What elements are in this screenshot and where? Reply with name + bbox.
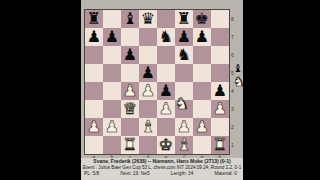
captured-black-bishop-icon: ♝ [233, 63, 245, 74]
square-e1[interactable]: ♚ [157, 136, 175, 154]
piece-white-pawn-g2[interactable]: ♟ [195, 118, 209, 136]
piece-white-pawn-f2[interactable]: ♟ [177, 118, 191, 136]
stats-line: PL: 5/8Next: 19. Ne5Length: 34Material: … [81, 170, 243, 176]
square-g4[interactable] [193, 82, 211, 100]
right-letterbox-bar [243, 0, 320, 180]
square-a4[interactable] [85, 82, 103, 100]
piece-white-king-e1[interactable]: ♚ [159, 136, 173, 154]
square-b4[interactable] [103, 82, 121, 100]
square-h6[interactable] [211, 46, 229, 64]
square-d4[interactable]: ♟ [139, 82, 157, 100]
stat-0: PL: 5/8 [84, 171, 99, 176]
square-e5[interactable] [157, 64, 175, 82]
game-info-footer: Svane, Frederik (2638) -- Niemann, Hans … [81, 158, 243, 180]
square-h8[interactable] [211, 10, 229, 28]
square-a3[interactable] [85, 100, 103, 118]
piece-black-rook-f8[interactable]: ♜ [177, 10, 191, 28]
event-line: Event : Julius Baer Gen Cup 53 L, chess.… [81, 165, 243, 170]
piece-black-pawn-c6[interactable]: ♟ [123, 46, 137, 64]
square-a7[interactable]: ♟ [85, 28, 103, 46]
square-d2[interactable]: ♝ [139, 118, 157, 136]
piece-black-pawn-b7[interactable]: ♟ [105, 28, 119, 46]
square-h2[interactable] [211, 118, 229, 136]
square-g6[interactable] [193, 46, 211, 64]
piece-white-rook-h1[interactable]: ♜ [213, 136, 227, 154]
square-b6[interactable] [103, 46, 121, 64]
piece-black-pawn-g7[interactable]: ♟ [195, 28, 209, 46]
square-g3[interactable] [193, 100, 211, 118]
piece-white-knight-f3[interactable]: ♞ [175, 95, 189, 113]
piece-black-pawn-f7[interactable]: ♟ [177, 28, 191, 46]
square-d1[interactable] [139, 136, 157, 154]
square-a6[interactable] [85, 46, 103, 64]
piece-white-bishop-f1[interactable]: ♝ [177, 136, 191, 154]
square-g5[interactable] [193, 64, 211, 82]
square-g2[interactable]: ♟ [193, 118, 211, 136]
piece-black-bishop-c8[interactable]: ♝ [123, 10, 137, 28]
square-b2[interactable]: ♟ [103, 118, 121, 136]
square-f5[interactable] [175, 64, 193, 82]
piece-black-pawn-h4[interactable]: ♟ [213, 82, 227, 100]
square-c5[interactable] [121, 64, 139, 82]
square-d7[interactable] [139, 28, 157, 46]
captured-pieces-tray: ♝♞ [233, 63, 245, 88]
piece-white-queen-c3[interactable]: ♛ [123, 100, 137, 118]
square-h1[interactable]: ♜ [211, 136, 229, 154]
rank-label-8: 8 [231, 10, 239, 28]
piece-white-pawn-h3[interactable]: ♟ [213, 100, 227, 118]
square-d8[interactable]: ♛ [139, 10, 157, 28]
square-b8[interactable] [103, 10, 121, 28]
chess-board-frame: ♜♝♛♜♚♟♟♞♟♟♟♞♟♟♟♟♟♛♟♞♟♟♟♝♟♟♜♚♝♜ [84, 9, 230, 155]
square-f2[interactable]: ♟ [175, 118, 193, 136]
square-b3[interactable] [103, 100, 121, 118]
left-letterbox-bar [0, 0, 81, 180]
square-a2[interactable]: ♟ [85, 118, 103, 136]
square-d3[interactable] [139, 100, 157, 118]
piece-black-queen-d8[interactable]: ♛ [141, 10, 155, 28]
square-f3[interactable]: ♞ [175, 100, 193, 118]
stat-1: Next: 19. Ne5 [120, 171, 149, 176]
rank-label-1: 1 [231, 136, 239, 154]
square-e7[interactable]: ♞ [157, 28, 175, 46]
piece-black-knight-f6[interactable]: ♞ [177, 46, 191, 64]
square-f1[interactable]: ♝ [175, 136, 193, 154]
square-d5[interactable]: ♟ [139, 64, 157, 82]
square-c6[interactable]: ♟ [121, 46, 139, 64]
square-e6[interactable] [157, 46, 175, 64]
square-b1[interactable] [103, 136, 121, 154]
square-f7[interactable]: ♟ [175, 28, 193, 46]
rank-label-7: 7 [231, 28, 239, 46]
piece-white-pawn-a2[interactable]: ♟ [87, 118, 101, 136]
square-c8[interactable]: ♝ [121, 10, 139, 28]
square-h5[interactable] [211, 64, 229, 82]
square-f8[interactable]: ♜ [175, 10, 193, 28]
piece-white-pawn-e3[interactable]: ♟ [159, 100, 173, 118]
piece-black-knight-e7[interactable]: ♞ [159, 28, 173, 46]
square-g8[interactable]: ♚ [193, 10, 211, 28]
square-c4[interactable]: ♟ [121, 82, 139, 100]
square-h3[interactable]: ♟ [211, 100, 229, 118]
square-c3[interactable]: ♛ [121, 100, 139, 118]
square-c2[interactable] [121, 118, 139, 136]
square-e4[interactable]: ♟ [157, 82, 175, 100]
square-b7[interactable]: ♟ [103, 28, 121, 46]
square-e3[interactable]: ♟ [157, 100, 175, 118]
piece-white-pawn-c4[interactable]: ♟ [123, 82, 137, 100]
rank-label-2: 2 [231, 118, 239, 136]
captured-white-knight-icon: ♞ [233, 75, 245, 88]
square-a5[interactable] [85, 64, 103, 82]
square-f6[interactable]: ♞ [175, 46, 193, 64]
piece-white-bishop-d2[interactable]: ♝ [141, 118, 155, 136]
piece-white-pawn-b2[interactable]: ♟ [105, 118, 119, 136]
square-a8[interactable]: ♜ [85, 10, 103, 28]
square-e8[interactable] [157, 10, 175, 28]
chess-board[interactable]: ♜♝♛♜♚♟♟♞♟♟♟♞♟♟♟♟♟♛♟♞♟♟♟♝♟♟♜♚♝♜ [85, 10, 229, 154]
piece-white-pawn-d4[interactable]: ♟ [141, 82, 155, 100]
piece-black-pawn-a7[interactable]: ♟ [87, 28, 101, 46]
square-g1[interactable] [193, 136, 211, 154]
piece-black-rook-a8[interactable]: ♜ [87, 10, 101, 28]
square-b5[interactable] [103, 64, 121, 82]
stat-2: Length: 34 [171, 171, 194, 176]
video-frame: ♜♝♛♜♚♟♟♞♟♟♟♞♟♟♟♟♟♛♟♞♟♟♟♝♟♟♜♚♝♜ 87654321 … [0, 0, 320, 180]
piece-black-pawn-d5[interactable]: ♟ [141, 64, 155, 82]
square-h7[interactable] [211, 28, 229, 46]
piece-black-king-g8[interactable]: ♚ [195, 10, 209, 28]
players-line: Svane, Frederik (2638) -- Niemann, Hans … [81, 159, 243, 165]
square-c1[interactable]: ♜ [121, 136, 139, 154]
stat-3: Material: 0 [215, 171, 237, 176]
piece-black-pawn-e4[interactable]: ♟ [159, 82, 173, 100]
square-d6[interactable] [139, 46, 157, 64]
square-c7[interactable] [121, 28, 139, 46]
square-a1[interactable] [85, 136, 103, 154]
chess-app-panel: ♜♝♛♜♚♟♟♞♟♟♟♞♟♟♟♟♟♛♟♞♟♟♟♝♟♟♜♚♝♜ 87654321 … [81, 0, 243, 180]
rank-label-3: 3 [231, 100, 239, 118]
square-e2[interactable] [157, 118, 175, 136]
square-g7[interactable]: ♟ [193, 28, 211, 46]
square-h4[interactable]: ♟ [211, 82, 229, 100]
piece-white-rook-c1[interactable]: ♜ [123, 136, 137, 154]
